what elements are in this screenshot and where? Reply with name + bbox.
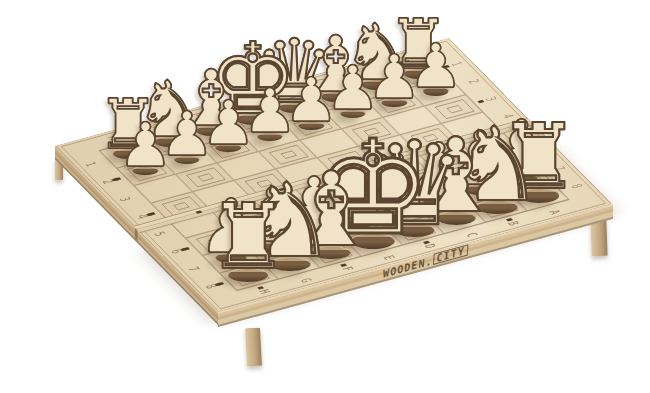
edge-marker <box>512 135 519 138</box>
file-label-far-F: F <box>187 111 205 118</box>
rank-label-left-5: 5 <box>150 230 168 237</box>
file-label-far-D: D <box>270 89 288 96</box>
edge-marker <box>477 100 484 103</box>
edge-marker <box>180 248 187 251</box>
rank-label-left-7: 7 <box>184 265 202 272</box>
edge-marker <box>443 65 450 68</box>
edge-marker <box>237 106 244 109</box>
edge-marker <box>154 128 161 131</box>
edge-marker <box>546 170 553 173</box>
rank-label-right-6: 6 <box>533 147 551 154</box>
file-label-front-E: E <box>379 254 397 261</box>
rank-label-left-1: 1 <box>82 160 100 167</box>
rank-label-left-3: 3 <box>116 195 134 202</box>
edge-marker <box>403 60 410 63</box>
edge-marker <box>215 283 222 286</box>
edge-marker <box>320 83 327 86</box>
rank-label-right-4: 4 <box>499 113 517 120</box>
file-label-far-H: H <box>104 134 122 141</box>
file-label-front-G: G <box>296 277 314 284</box>
file-label-front-C: C <box>462 231 480 238</box>
rank-label-right-2: 2 <box>464 78 482 85</box>
rank-label-right-8: 8 <box>567 182 585 189</box>
board-leg-right <box>590 220 607 257</box>
chess-board: 11HH22GG33FF44EE55DD66CC77BB88AA <box>55 38 612 312</box>
edge-marker <box>146 213 153 216</box>
board-leg-near <box>245 328 262 367</box>
file-label-front-A: A <box>545 209 563 216</box>
edge-marker <box>112 178 119 181</box>
file-label-far-B: B <box>353 66 371 73</box>
product-photo-stage: 11HH22GG33FF44EE55DD66CC77BB88AA WOODEN.… <box>0 0 650 393</box>
